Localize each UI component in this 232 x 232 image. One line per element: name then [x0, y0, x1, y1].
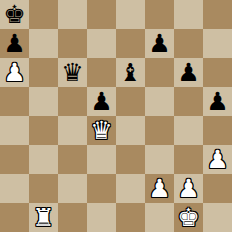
square-h6[interactable]: [203, 58, 232, 87]
square-b5[interactable]: [29, 87, 58, 116]
square-d5[interactable]: ♟: [87, 87, 116, 116]
square-e1[interactable]: [116, 203, 145, 232]
black-pawn-piece[interactable]: ♟: [90, 87, 112, 116]
square-g2[interactable]: ♟: [174, 174, 203, 203]
square-e7[interactable]: [116, 29, 145, 58]
square-d6[interactable]: [87, 58, 116, 87]
square-h8[interactable]: [203, 0, 232, 29]
square-d2[interactable]: [87, 174, 116, 203]
black-bishop-piece[interactable]: ♝: [119, 58, 141, 87]
black-king-piece[interactable]: ♚: [3, 0, 25, 29]
white-king-piece[interactable]: ♚: [177, 203, 199, 232]
chess-board: ♚♟♟♟♛♝♟♟♟♛♟♟♟♜♚: [0, 0, 232, 232]
square-c5[interactable]: [58, 87, 87, 116]
square-h5[interactable]: ♟: [203, 87, 232, 116]
square-h1[interactable]: [203, 203, 232, 232]
square-a5[interactable]: [0, 87, 29, 116]
square-c8[interactable]: [58, 0, 87, 29]
square-f5[interactable]: [145, 87, 174, 116]
square-h4[interactable]: [203, 116, 232, 145]
square-f8[interactable]: [145, 0, 174, 29]
square-a4[interactable]: [0, 116, 29, 145]
square-d8[interactable]: [87, 0, 116, 29]
square-c4[interactable]: [58, 116, 87, 145]
square-e3[interactable]: [116, 145, 145, 174]
square-g4[interactable]: [174, 116, 203, 145]
square-f6[interactable]: [145, 58, 174, 87]
black-pawn-piece[interactable]: ♟: [3, 29, 25, 58]
square-d3[interactable]: [87, 145, 116, 174]
black-queen-piece[interactable]: ♛: [61, 58, 83, 87]
square-a1[interactable]: [0, 203, 29, 232]
square-f3[interactable]: [145, 145, 174, 174]
black-pawn-piece[interactable]: ♟: [177, 58, 199, 87]
square-b7[interactable]: [29, 29, 58, 58]
square-e4[interactable]: [116, 116, 145, 145]
square-g6[interactable]: ♟: [174, 58, 203, 87]
square-c3[interactable]: [58, 145, 87, 174]
square-h7[interactable]: [203, 29, 232, 58]
square-e8[interactable]: [116, 0, 145, 29]
square-e5[interactable]: [116, 87, 145, 116]
square-g5[interactable]: [174, 87, 203, 116]
white-queen-piece[interactable]: ♛: [90, 116, 112, 145]
square-b4[interactable]: [29, 116, 58, 145]
square-c2[interactable]: [58, 174, 87, 203]
square-d1[interactable]: [87, 203, 116, 232]
square-f4[interactable]: [145, 116, 174, 145]
square-d4[interactable]: ♛: [87, 116, 116, 145]
black-pawn-piece[interactable]: ♟: [206, 87, 228, 116]
square-h2[interactable]: [203, 174, 232, 203]
white-pawn-piece[interactable]: ♟: [3, 58, 25, 87]
square-b8[interactable]: [29, 0, 58, 29]
square-e2[interactable]: [116, 174, 145, 203]
square-a3[interactable]: [0, 145, 29, 174]
square-c1[interactable]: [58, 203, 87, 232]
square-d7[interactable]: [87, 29, 116, 58]
square-f1[interactable]: [145, 203, 174, 232]
square-a2[interactable]: [0, 174, 29, 203]
square-c7[interactable]: [58, 29, 87, 58]
square-a6[interactable]: ♟: [0, 58, 29, 87]
square-b1[interactable]: ♜: [29, 203, 58, 232]
square-c6[interactable]: ♛: [58, 58, 87, 87]
square-b6[interactable]: [29, 58, 58, 87]
square-f2[interactable]: ♟: [145, 174, 174, 203]
square-a8[interactable]: ♚: [0, 0, 29, 29]
square-a7[interactable]: ♟: [0, 29, 29, 58]
square-b3[interactable]: [29, 145, 58, 174]
square-g8[interactable]: [174, 0, 203, 29]
white-pawn-piece[interactable]: ♟: [177, 174, 199, 203]
square-h3[interactable]: ♟: [203, 145, 232, 174]
black-pawn-piece[interactable]: ♟: [148, 29, 170, 58]
white-rook-piece[interactable]: ♜: [32, 203, 54, 232]
square-g1[interactable]: ♚: [174, 203, 203, 232]
white-pawn-piece[interactable]: ♟: [206, 145, 228, 174]
white-pawn-piece[interactable]: ♟: [148, 174, 170, 203]
square-g7[interactable]: [174, 29, 203, 58]
square-b2[interactable]: [29, 174, 58, 203]
chess-board-window: ♚♟♟♟♛♝♟♟♟♛♟♟♟♜♚: [0, 0, 232, 232]
square-g3[interactable]: [174, 145, 203, 174]
square-e6[interactable]: ♝: [116, 58, 145, 87]
square-f7[interactable]: ♟: [145, 29, 174, 58]
